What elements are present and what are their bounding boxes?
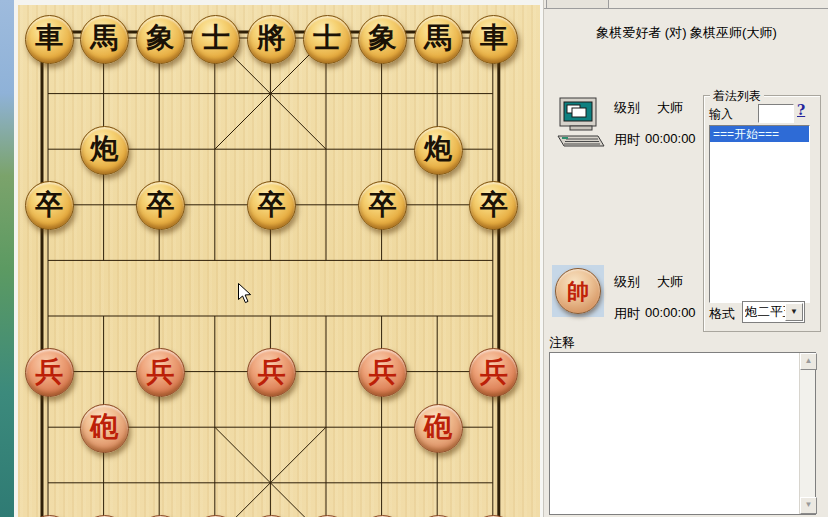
match-title: 象棋爱好者 (对) 象棋巫师(大师) [544,24,828,42]
move-list-group: 着法列表 输入 ? ===开始=== 格式 炮二平五 ▼ [703,95,821,332]
app-window: 車馬象士將士象馬車炮炮卒卒卒卒卒兵兵兵兵兵砲砲車馬相仕帥仕相馬車 象棋爱好者 (… [0,0,828,517]
move-list[interactable]: ===开始=== [709,125,810,303]
piece-black-將[interactable]: 將 [247,15,296,64]
red-general-icon: 帥 [552,265,604,317]
piece-red-砲[interactable]: 砲 [80,404,129,453]
red-general-disc: 帥 [555,268,601,314]
piece-black-馬[interactable]: 馬 [80,15,129,64]
notes-scrollbar[interactable]: ▲ ▼ [799,353,815,514]
move-list-group-label: 着法列表 [710,88,764,105]
notes-textarea[interactable]: ▲ ▼ [549,352,816,515]
piece-red-兵[interactable]: 兵 [358,348,407,397]
scroll-up-icon[interactable]: ▲ [800,353,817,370]
piece-black-炮[interactable]: 炮 [80,126,129,175]
red-level-value: 大师 [657,273,683,291]
red-time-value: 00:00:00 [645,305,696,320]
help-icon[interactable]: ? [797,102,805,118]
piece-black-象[interactable]: 象 [136,15,185,64]
move-list-item[interactable]: ===开始=== [710,126,809,142]
xiangqi-board[interactable]: 車馬象士將士象馬車炮炮卒卒卒卒卒兵兵兵兵兵砲砲車馬相仕帥仕相馬車 [18,5,540,517]
piece-black-車[interactable]: 車 [25,15,74,64]
black-time-label: 用时 [614,131,640,149]
dropdown-arrow-icon[interactable]: ▼ [785,303,803,321]
red-general-glyph: 帥 [567,280,589,302]
red-level-label: 级别 [614,273,640,291]
tab-strip [544,0,828,9]
info-panel: 象棋爱好者 (对) 象棋巫师(大师) 级别 大师 用时 00:00:00 着法列… [543,0,828,517]
black-level-value: 大师 [657,99,683,117]
piece-red-砲[interactable]: 砲 [414,404,463,453]
piece-red-兵[interactable]: 兵 [247,348,296,397]
black-time-value: 00:00:00 [645,131,696,146]
piece-black-卒[interactable]: 卒 [25,181,74,230]
info-tab[interactable] [546,0,609,8]
red-time-label: 用时 [614,305,640,323]
piece-black-卒[interactable]: 卒 [247,181,296,230]
piece-black-炮[interactable]: 炮 [414,126,463,175]
piece-black-車[interactable]: 車 [469,15,518,64]
piece-red-兵[interactable]: 兵 [136,348,185,397]
piece-black-馬[interactable]: 馬 [414,15,463,64]
move-input[interactable] [758,104,794,123]
format-selected-value: 炮二平五 [745,304,787,321]
computer-icon [554,96,606,151]
scroll-down-icon[interactable]: ▼ [800,497,817,514]
piece-black-卒[interactable]: 卒 [136,181,185,230]
format-label: 格式 [709,305,735,323]
notes-label: 注释 [549,334,575,352]
black-level-label: 级别 [614,99,640,117]
piece-black-士[interactable]: 士 [191,15,240,64]
desktop-background-sliver [0,0,14,517]
piece-red-兵[interactable]: 兵 [25,348,74,397]
move-input-label: 输入 [709,106,733,123]
format-select[interactable]: 炮二平五 ▼ [742,301,805,323]
piece-black-象[interactable]: 象 [358,15,407,64]
piece-black-士[interactable]: 士 [303,15,352,64]
